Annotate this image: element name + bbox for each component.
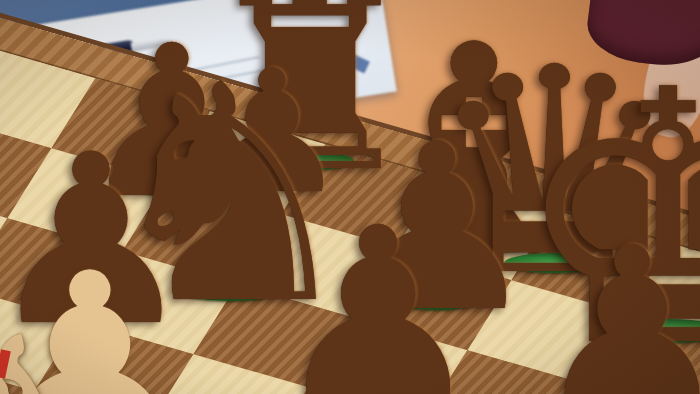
- black-pawn-e5[interactable]: ♟: [258, 196, 498, 394]
- black-pawn-g6[interactable]: ♟: [520, 218, 700, 394]
- white-knight-c3[interactable]: ♞: [0, 287, 113, 394]
- chess-photo-scene: ♟♟♜♞♝♛♚♟♟♟♟♟♞: [0, 0, 700, 394]
